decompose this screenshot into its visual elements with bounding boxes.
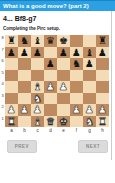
square-a3[interactable] bbox=[5, 93, 18, 105]
square-b1[interactable] bbox=[18, 116, 31, 128]
square-b3[interactable] bbox=[18, 93, 31, 105]
square-c5[interactable] bbox=[31, 70, 44, 82]
square-a8[interactable]: ♜ bbox=[5, 35, 18, 47]
square-g2[interactable]: ♟ bbox=[83, 104, 96, 116]
file-label-d: d bbox=[44, 127, 57, 134]
square-b6[interactable] bbox=[18, 58, 31, 70]
file-label-e: e bbox=[57, 127, 70, 134]
square-e5[interactable] bbox=[57, 70, 70, 82]
square-f4[interactable] bbox=[70, 81, 83, 93]
square-b2[interactable]: ♟ bbox=[18, 104, 31, 116]
square-a1[interactable]: ♜ bbox=[5, 116, 18, 128]
square-e4[interactable]: ♟ bbox=[57, 81, 70, 93]
black-pawn-icon: ♟ bbox=[46, 58, 55, 70]
file-label-a: a bbox=[5, 127, 18, 134]
white-rook-icon: ♜ bbox=[7, 116, 16, 128]
file-label-b: b bbox=[18, 127, 31, 134]
next-button[interactable]: NEXT bbox=[78, 140, 108, 153]
square-d6[interactable]: ♟ bbox=[44, 58, 57, 70]
white-king-icon: ♚ bbox=[59, 116, 68, 128]
square-f3[interactable] bbox=[70, 93, 83, 105]
white-pawn-icon: ♟ bbox=[98, 104, 107, 116]
square-f7[interactable]: ♟ bbox=[70, 47, 83, 59]
square-c3[interactable]: ♞ bbox=[31, 93, 44, 105]
square-f8[interactable] bbox=[70, 35, 83, 47]
white-pawn-icon: ♟ bbox=[7, 104, 16, 116]
black-knight-icon: ♞ bbox=[72, 58, 81, 70]
square-e7[interactable]: ♟ bbox=[57, 47, 70, 59]
black-bishop-icon: ♝ bbox=[33, 35, 42, 47]
black-rook-icon: ♜ bbox=[98, 35, 107, 47]
square-e2[interactable] bbox=[57, 104, 70, 116]
app-title: What is a good move? (part 2) bbox=[3, 3, 89, 9]
square-c8[interactable]: ♝ bbox=[31, 35, 44, 47]
file-label-h: h bbox=[96, 127, 109, 134]
scrollbar[interactable] bbox=[111, 11, 112, 160]
black-knight-icon: ♞ bbox=[20, 35, 29, 47]
square-e3[interactable] bbox=[57, 93, 70, 105]
square-g1[interactable]: ♞ bbox=[83, 116, 96, 128]
white-queen-icon: ♛ bbox=[46, 116, 55, 128]
square-e8[interactable]: ♚ bbox=[57, 35, 70, 47]
white-knight-icon: ♞ bbox=[33, 93, 42, 105]
square-d7[interactable] bbox=[44, 47, 57, 59]
square-d3[interactable] bbox=[44, 93, 57, 105]
black-pawn-icon: ♟ bbox=[72, 47, 81, 59]
navigation-bar: PREV NEXT bbox=[0, 140, 115, 153]
square-d2[interactable] bbox=[44, 104, 57, 116]
square-h5[interactable] bbox=[96, 70, 109, 82]
white-pawn-icon: ♟ bbox=[20, 104, 29, 116]
square-a2[interactable]: ♟ bbox=[5, 104, 18, 116]
square-b5[interactable] bbox=[18, 70, 31, 82]
white-pawn-icon: ♟ bbox=[33, 104, 42, 116]
square-a5[interactable] bbox=[5, 70, 18, 82]
white-bishop-icon: ♝ bbox=[33, 81, 42, 93]
square-f5[interactable] bbox=[70, 70, 83, 82]
white-knight-icon: ♞ bbox=[85, 116, 94, 128]
white-pawn-icon: ♟ bbox=[85, 104, 94, 116]
app-title-bar: What is a good move? (part 2) bbox=[0, 0, 115, 11]
white-pawn-icon: ♟ bbox=[46, 81, 55, 93]
square-b8[interactable]: ♞ bbox=[18, 35, 31, 47]
square-g8[interactable] bbox=[83, 35, 96, 47]
square-c1[interactable]: ♝ bbox=[31, 116, 44, 128]
black-king-icon: ♚ bbox=[59, 35, 68, 47]
square-g6[interactable]: ♟ bbox=[83, 58, 96, 70]
square-f2[interactable]: ♟ bbox=[70, 104, 83, 116]
white-pawn-icon: ♟ bbox=[72, 104, 81, 116]
square-d5[interactable] bbox=[44, 70, 57, 82]
square-b4[interactable] bbox=[18, 81, 31, 93]
square-d4[interactable]: ♟ bbox=[44, 81, 57, 93]
square-d8[interactable]: ♛ bbox=[44, 35, 57, 47]
square-g3[interactable] bbox=[83, 93, 96, 105]
square-a4[interactable] bbox=[5, 81, 18, 93]
square-f1[interactable] bbox=[70, 116, 83, 128]
square-a6[interactable] bbox=[5, 58, 18, 70]
move-description: Completing the Pirc setup. bbox=[3, 26, 115, 31]
square-h2[interactable]: ♟ bbox=[96, 104, 109, 116]
square-c4[interactable]: ♝ bbox=[31, 81, 44, 93]
square-h6[interactable] bbox=[96, 58, 109, 70]
square-h8[interactable]: ♜ bbox=[96, 35, 109, 47]
square-e6[interactable] bbox=[57, 58, 70, 70]
black-rook-icon: ♜ bbox=[7, 35, 16, 47]
square-h4[interactable] bbox=[96, 81, 109, 93]
board-area: 87654321 ♜♞♝♛♚♜♟♟♟♟♟♝♟♟♞♟♝♟♟♞♟♟♟♟♟♟♜♝♛♚♞… bbox=[0, 35, 115, 127]
move-label: 4... Bf8-g7 bbox=[3, 15, 115, 22]
file-label-g: g bbox=[83, 127, 96, 134]
square-d1[interactable]: ♛ bbox=[44, 116, 57, 128]
white-rook-icon: ♜ bbox=[98, 116, 107, 128]
square-g7[interactable]: ♝ bbox=[83, 47, 96, 59]
square-c6[interactable] bbox=[31, 58, 44, 70]
square-g5[interactable] bbox=[83, 70, 96, 82]
black-pawn-icon: ♟ bbox=[33, 47, 42, 59]
square-h7[interactable]: ♟ bbox=[96, 47, 109, 59]
square-b7[interactable]: ♟ bbox=[18, 47, 31, 59]
black-queen-icon: ♛ bbox=[46, 35, 55, 47]
square-f6[interactable]: ♞ bbox=[70, 58, 83, 70]
file-label-c: c bbox=[31, 127, 44, 134]
black-pawn-icon: ♟ bbox=[85, 58, 94, 70]
file-labels: abcdefgh bbox=[5, 127, 115, 134]
square-a7[interactable]: ♟ bbox=[5, 47, 18, 59]
black-pawn-icon: ♟ bbox=[20, 47, 29, 59]
black-bishop-icon: ♝ bbox=[85, 47, 94, 59]
black-pawn-icon: ♟ bbox=[7, 47, 16, 59]
chess-board: ♜♞♝♛♚♜♟♟♟♟♟♝♟♟♞♟♝♟♟♞♟♟♟♟♟♟♜♝♛♚♞♜ bbox=[5, 35, 109, 127]
black-pawn-icon: ♟ bbox=[98, 47, 107, 59]
square-h1[interactable]: ♜ bbox=[96, 116, 109, 128]
square-c2[interactable]: ♟ bbox=[31, 104, 44, 116]
square-g4[interactable] bbox=[83, 81, 96, 93]
black-pawn-icon: ♟ bbox=[59, 47, 68, 59]
square-h3[interactable] bbox=[96, 93, 109, 105]
square-e1[interactable]: ♚ bbox=[57, 116, 70, 128]
white-pawn-icon: ♟ bbox=[59, 81, 68, 93]
file-label-f: f bbox=[70, 127, 83, 134]
white-bishop-icon: ♝ bbox=[33, 116, 42, 128]
square-c7[interactable]: ♟ bbox=[31, 47, 44, 59]
prev-button[interactable]: PREV bbox=[7, 140, 37, 153]
